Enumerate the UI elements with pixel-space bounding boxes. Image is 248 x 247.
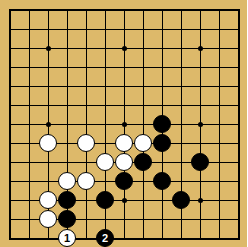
intersection-1-5[interactable] [1,77,20,96]
intersection-5-13[interactable] [77,229,96,247]
intersection-13-5[interactable] [229,77,248,96]
intersection-9-8[interactable] [153,134,172,153]
intersection-9-11[interactable] [153,191,172,210]
intersection-1-7[interactable] [1,115,20,134]
intersection-10-11[interactable] [172,191,191,210]
intersection-7-3[interactable] [115,39,134,58]
intersection-6-13[interactable]: 2 [96,229,115,247]
intersection-12-9[interactable] [210,153,229,172]
intersection-3-2[interactable] [39,20,58,39]
intersection-3-9[interactable] [39,153,58,172]
white-stone [115,134,133,152]
intersection-5-5[interactable] [77,77,96,96]
intersection-10-8[interactable] [172,134,191,153]
intersection-5-10[interactable] [77,172,96,191]
intersection-7-12[interactable] [115,210,134,229]
intersection-12-10[interactable] [210,172,229,191]
intersection-11-1[interactable] [191,1,210,20]
black-stone [96,191,114,209]
star-point-icon [198,198,203,203]
intersection-9-7[interactable] [153,115,172,134]
intersection-12-13[interactable] [210,229,229,247]
intersection-9-6[interactable] [153,96,172,115]
intersection-11-9[interactable] [191,153,210,172]
intersection-11-4[interactable] [191,58,210,77]
intersection-1-11[interactable] [1,191,20,210]
intersection-6-5[interactable] [96,77,115,96]
intersection-12-11[interactable] [210,191,229,210]
black-stone [58,191,76,209]
intersection-3-4[interactable] [39,58,58,77]
intersection-10-10[interactable] [172,172,191,191]
intersection-9-1[interactable] [153,1,172,20]
intersection-8-7[interactable] [134,115,153,134]
intersection-7-13[interactable] [115,229,134,247]
intersection-7-6[interactable] [115,96,134,115]
intersection-6-8[interactable] [96,134,115,153]
intersection-10-4[interactable] [172,58,191,77]
intersection-6-2[interactable] [96,20,115,39]
intersection-9-13[interactable] [153,229,172,247]
intersection-8-6[interactable] [134,96,153,115]
white-stone [39,191,57,209]
intersection-11-11[interactable] [191,191,210,210]
intersection-8-8[interactable] [134,134,153,153]
intersection-2-6[interactable] [20,96,39,115]
intersection-8-11[interactable] [134,191,153,210]
intersection-8-10[interactable] [134,172,153,191]
intersection-9-2[interactable] [153,20,172,39]
intersection-4-6[interactable] [58,96,77,115]
intersection-4-2[interactable] [58,20,77,39]
intersection-13-8[interactable] [229,134,248,153]
intersection-8-5[interactable] [134,77,153,96]
intersection-5-1[interactable] [77,1,96,20]
intersection-4-11[interactable] [58,191,77,210]
intersection-10-5[interactable] [172,77,191,96]
intersection-13-3[interactable] [229,39,248,58]
intersection-11-2[interactable] [191,20,210,39]
intersection-11-6[interactable] [191,96,210,115]
black-stone [172,191,190,209]
intersection-2-3[interactable] [20,39,39,58]
intersection-11-12[interactable] [191,210,210,229]
intersection-13-9[interactable] [229,153,248,172]
intersection-6-9[interactable] [96,153,115,172]
intersection-13-10[interactable] [229,172,248,191]
intersection-1-9[interactable] [1,153,20,172]
intersection-6-4[interactable] [96,58,115,77]
white-stone [77,172,95,190]
intersection-2-5[interactable] [20,77,39,96]
intersection-6-12[interactable] [96,210,115,229]
intersection-4-10[interactable] [58,172,77,191]
intersection-1-2[interactable] [1,20,20,39]
white-stone [115,153,133,171]
intersection-11-10[interactable] [191,172,210,191]
intersection-2-4[interactable] [20,58,39,77]
intersection-9-12[interactable] [153,210,172,229]
intersection-13-13[interactable] [229,229,248,247]
intersection-12-2[interactable] [210,20,229,39]
intersection-6-7[interactable] [96,115,115,134]
intersection-2-10[interactable] [20,172,39,191]
intersection-10-1[interactable] [172,1,191,20]
intersection-5-3[interactable] [77,39,96,58]
intersection-1-6[interactable] [1,96,20,115]
intersection-6-3[interactable] [96,39,115,58]
star-point-icon [46,46,51,51]
intersection-5-6[interactable] [77,96,96,115]
board-grid: 12 [1,1,248,247]
star-point-icon [198,122,203,127]
intersection-13-11[interactable] [229,191,248,210]
star-point-icon [198,46,203,51]
intersection-5-8[interactable] [77,134,96,153]
black-stone [191,153,209,171]
star-point-icon [122,46,127,51]
intersection-12-6[interactable] [210,96,229,115]
intersection-3-6[interactable] [39,96,58,115]
intersection-4-5[interactable] [58,77,77,96]
intersection-1-1[interactable] [1,1,20,20]
intersection-4-3[interactable] [58,39,77,58]
white-stone [96,153,114,171]
intersection-1-8[interactable] [1,134,20,153]
white-stone [58,172,76,190]
star-point-icon [122,198,127,203]
intersection-5-7[interactable] [77,115,96,134]
intersection-12-5[interactable] [210,77,229,96]
intersection-1-3[interactable] [1,39,20,58]
intersection-10-2[interactable] [172,20,191,39]
intersection-2-9[interactable] [20,153,39,172]
intersection-9-9[interactable] [153,153,172,172]
intersection-2-8[interactable] [20,134,39,153]
intersection-4-9[interactable] [58,153,77,172]
intersection-11-7[interactable] [191,115,210,134]
intersection-7-11[interactable] [115,191,134,210]
intersection-8-3[interactable] [134,39,153,58]
intersection-8-1[interactable] [134,1,153,20]
intersection-7-7[interactable] [115,115,134,134]
intersection-12-1[interactable] [210,1,229,20]
black-stone [115,172,133,190]
intersection-8-4[interactable] [134,58,153,77]
white-stone [39,134,57,152]
intersection-13-12[interactable] [229,210,248,229]
intersection-6-10[interactable] [96,172,115,191]
intersection-13-1[interactable] [229,1,248,20]
white-stone [77,134,95,152]
black-stone [58,210,76,228]
intersection-10-9[interactable] [172,153,191,172]
intersection-5-12[interactable] [77,210,96,229]
intersection-10-7[interactable] [172,115,191,134]
intersection-6-11[interactable] [96,191,115,210]
intersection-3-3[interactable] [39,39,58,58]
intersection-3-7[interactable] [39,115,58,134]
star-point-icon [46,122,51,127]
intersection-6-1[interactable] [96,1,115,20]
intersection-13-2[interactable] [229,20,248,39]
black-stone [153,115,171,133]
intersection-4-7[interactable] [58,115,77,134]
intersection-3-11[interactable] [39,191,58,210]
intersection-3-13[interactable] [39,229,58,247]
intersection-3-10[interactable] [39,172,58,191]
intersection-5-11[interactable] [77,191,96,210]
intersection-7-10[interactable] [115,172,134,191]
go-board: 12 [0,0,247,247]
intersection-11-13[interactable] [191,229,210,247]
intersection-8-13[interactable] [134,229,153,247]
intersection-4-4[interactable] [58,58,77,77]
intersection-13-6[interactable] [229,96,248,115]
intersection-7-1[interactable] [115,1,134,20]
black-stone [134,153,152,171]
intersection-3-5[interactable] [39,77,58,96]
intersection-1-10[interactable] [1,172,20,191]
white-stone [134,134,152,152]
star-point-icon [122,122,127,127]
intersection-7-4[interactable] [115,58,134,77]
intersection-2-11[interactable] [20,191,39,210]
intersection-7-8[interactable] [115,134,134,153]
intersection-10-12[interactable] [172,210,191,229]
intersection-7-5[interactable] [115,77,134,96]
intersection-4-12[interactable] [58,210,77,229]
intersection-8-12[interactable] [134,210,153,229]
intersection-1-13[interactable] [1,229,20,247]
intersection-6-6[interactable] [96,96,115,115]
intersection-11-3[interactable] [191,39,210,58]
intersection-8-2[interactable] [134,20,153,39]
intersection-2-2[interactable] [20,20,39,39]
intersection-2-12[interactable] [20,210,39,229]
intersection-5-4[interactable] [77,58,96,77]
intersection-12-3[interactable] [210,39,229,58]
intersection-10-6[interactable] [172,96,191,115]
intersection-13-7[interactable] [229,115,248,134]
white-stone-move-1: 1 [58,229,76,247]
intersection-3-12[interactable] [39,210,58,229]
intersection-1-4[interactable] [1,58,20,77]
intersection-10-3[interactable] [172,39,191,58]
intersection-10-13[interactable] [172,229,191,247]
intersection-9-3[interactable] [153,39,172,58]
intersection-4-1[interactable] [58,1,77,20]
intersection-3-1[interactable] [39,1,58,20]
intersection-4-13[interactable]: 1 [58,229,77,247]
intersection-9-10[interactable] [153,172,172,191]
intersection-5-9[interactable] [77,153,96,172]
intersection-1-12[interactable] [1,210,20,229]
intersection-9-5[interactable] [153,77,172,96]
intersection-12-12[interactable] [210,210,229,229]
intersection-8-9[interactable] [134,153,153,172]
black-stone-move-2: 2 [96,229,114,247]
black-stone [153,172,171,190]
intersection-5-2[interactable] [77,20,96,39]
intersection-7-9[interactable] [115,153,134,172]
intersection-12-4[interactable] [210,58,229,77]
intersection-4-8[interactable] [58,134,77,153]
intersection-13-4[interactable] [229,58,248,77]
intersection-12-8[interactable] [210,134,229,153]
intersection-11-8[interactable] [191,134,210,153]
black-stone [153,134,171,152]
intersection-7-2[interactable] [115,20,134,39]
intersection-9-4[interactable] [153,58,172,77]
white-stone [39,210,57,228]
intersection-2-13[interactable] [20,229,39,247]
intersection-11-5[interactable] [191,77,210,96]
intersection-12-7[interactable] [210,115,229,134]
intersection-2-1[interactable] [20,1,39,20]
intersection-2-7[interactable] [20,115,39,134]
intersection-3-8[interactable] [39,134,58,153]
